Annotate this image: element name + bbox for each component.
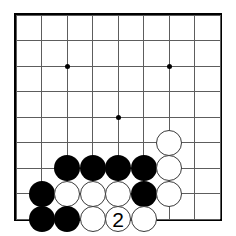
stone-black[interactable] xyxy=(29,181,55,207)
stone-black[interactable] xyxy=(131,181,157,207)
stone-white[interactable] xyxy=(156,155,182,181)
stone-black[interactable] xyxy=(131,155,157,181)
stone-white[interactable] xyxy=(156,130,182,156)
go-board[interactable]: 2 xyxy=(14,13,222,221)
go-diagram: 2 xyxy=(0,0,236,236)
grid-line-vertical xyxy=(220,15,221,219)
star-point xyxy=(65,64,70,69)
stone-black[interactable] xyxy=(54,206,80,232)
grid-line-horizontal xyxy=(16,142,220,143)
stone-black[interactable] xyxy=(80,155,106,181)
move-number-label: 2 xyxy=(112,208,124,229)
stone-white[interactable] xyxy=(80,206,106,232)
stone-black[interactable] xyxy=(29,206,55,232)
stone-white[interactable] xyxy=(105,181,131,207)
stone-white[interactable] xyxy=(156,181,182,207)
stone-white[interactable] xyxy=(131,206,157,232)
stone-white-numbered[interactable]: 2 xyxy=(105,206,131,232)
stone-black[interactable] xyxy=(105,155,131,181)
stone-white[interactable] xyxy=(80,181,106,207)
grid-line-vertical xyxy=(194,15,195,219)
star-point xyxy=(116,115,121,120)
stone-white[interactable] xyxy=(54,181,80,207)
star-point xyxy=(167,64,172,69)
stone-black[interactable] xyxy=(54,155,80,181)
